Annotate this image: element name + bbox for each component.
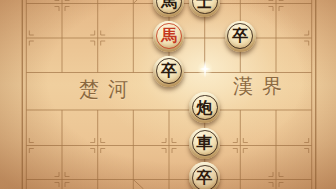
board-cell: 炮 [187,91,223,128]
piece-black-horse[interactable]: 馬 [153,0,184,17]
piece-black-soldier[interactable]: 卒 [225,21,256,52]
piece-black-soldier[interactable]: 卒 [153,56,184,87]
piece-character: 卒 [189,162,220,189]
piece-red-horse[interactable]: 馬 [153,21,184,52]
board-cell: 卒 [187,163,223,189]
board-cell: 卒 [222,21,258,56]
board-cell: 卒 [151,55,187,91]
board-cell: 車 [187,128,223,163]
piece-character: 車 [189,128,220,159]
piece-character: 士 [189,0,220,17]
board-cell: 士 [187,0,223,21]
piece-character: 馬 [153,21,184,52]
piece-layer: 馬士馬卒卒炮車卒 [9,0,330,189]
piece-character: 炮 [189,92,220,123]
piece-character: 卒 [225,21,256,52]
board-cell: 馬 [151,0,187,21]
board-cell: 馬 [151,21,187,56]
piece-character: 馬 [153,0,184,17]
piece-black-soldier[interactable]: 卒 [189,162,220,189]
piece-character: 卒 [153,56,184,87]
piece-black-cannon[interactable]: 炮 [189,92,220,123]
xiangqi-game-screen: 楚河 漢界 馬士馬卒卒炮車卒 [0,0,336,189]
piece-black-advisor[interactable]: 士 [189,0,220,17]
piece-black-chariot[interactable]: 車 [189,128,220,159]
